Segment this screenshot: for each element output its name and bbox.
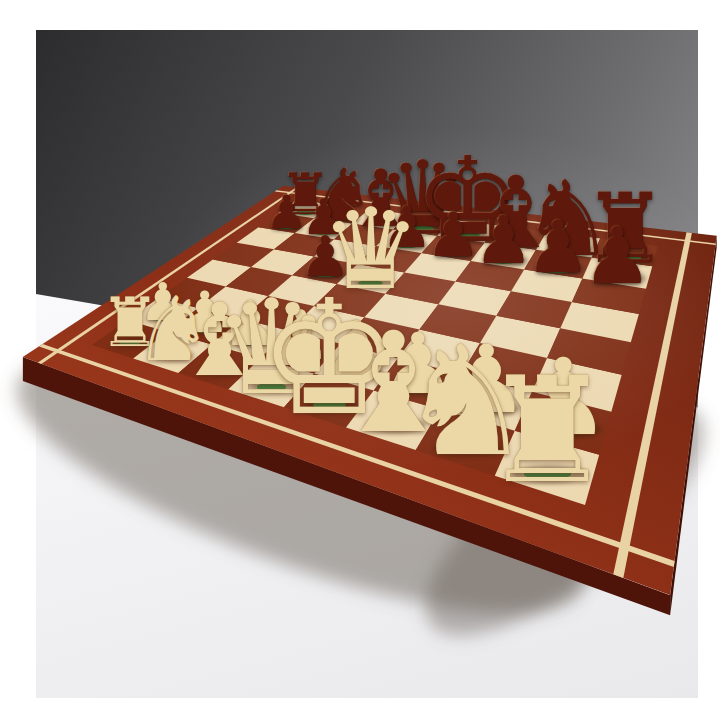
piece-black-pawn-e7[interactable]: ♟ [426, 204, 481, 265]
product-photo: ♜♞♝♟♛♟♚♝♟♞♟♜♟♟♟♟♛♟♟♟♜♞♟♝♟♛♟♚♟♝♟♞♜ [0, 0, 720, 720]
piece-black-pawn-g7[interactable]: ♟ [526, 212, 591, 284]
piece-black-pawn-h7[interactable]: ♟ [583, 216, 653, 294]
piece-black-pawn-f7[interactable]: ♟ [474, 208, 533, 274]
piece-white-rook-h1[interactable]: ♜ [482, 357, 613, 503]
